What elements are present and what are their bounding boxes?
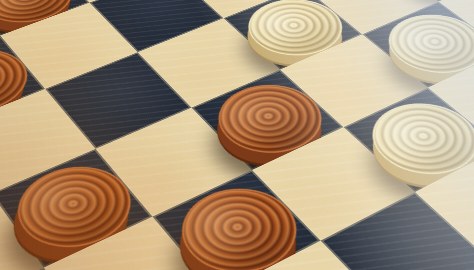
checkers-photo-scene [0, 0, 474, 270]
checkers-board [0, 0, 474, 270]
board-surface [0, 0, 474, 270]
